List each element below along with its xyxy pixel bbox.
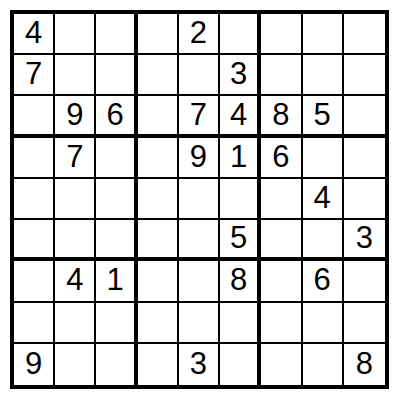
cell-digit: 3 (356, 222, 373, 253)
sudoku-cell-r2c1[interactable]: 7 (14, 55, 55, 96)
cell-digit: 6 (106, 99, 123, 130)
sudoku-cell-r9c5[interactable]: 3 (179, 344, 220, 385)
sudoku-cell-r5c7[interactable] (261, 179, 302, 220)
sudoku-cell-r1c3[interactable] (96, 14, 137, 55)
cell-digit: 7 (190, 99, 207, 130)
sudoku-cell-r6c4[interactable] (138, 220, 179, 261)
sudoku-cell-r1c8[interactable] (303, 14, 344, 55)
sudoku-cell-r2c2[interactable] (55, 55, 96, 96)
sudoku-cell-r7c7[interactable] (261, 261, 302, 302)
cell-digit: 1 (106, 264, 123, 295)
sudoku-cell-r6c7[interactable] (261, 220, 302, 261)
cell-digit: 7 (66, 141, 83, 172)
sudoku-cell-r2c5[interactable] (179, 55, 220, 96)
sudoku-cell-r7c9[interactable] (344, 261, 385, 302)
sudoku-cell-r9c8[interactable] (303, 344, 344, 385)
cell-digit: 6 (272, 141, 289, 172)
sudoku-cell-r1c9[interactable] (344, 14, 385, 55)
cell-digit: 8 (272, 99, 289, 130)
sudoku-cell-r7c4[interactable] (138, 261, 179, 302)
sudoku-cell-r7c1[interactable] (14, 261, 55, 302)
sudoku-cell-r3c7[interactable]: 8 (261, 96, 302, 137)
sudoku-cell-r4c5[interactable]: 9 (179, 138, 220, 179)
sudoku-cell-r3c1[interactable] (14, 96, 55, 137)
cell-digit: 3 (190, 348, 207, 379)
sudoku-cell-r2c6[interactable]: 3 (220, 55, 261, 96)
sudoku-cell-r9c3[interactable] (96, 344, 137, 385)
sudoku-cell-r3c9[interactable] (344, 96, 385, 137)
cell-digit: 3 (230, 58, 247, 89)
sudoku-cell-r9c9[interactable]: 8 (344, 344, 385, 385)
sudoku-cell-r6c1[interactable] (14, 220, 55, 261)
sudoku-cell-r8c8[interactable] (303, 303, 344, 344)
sudoku-cell-r5c9[interactable] (344, 179, 385, 220)
sudoku-cell-r8c6[interactable] (220, 303, 261, 344)
sudoku-cell-r3c8[interactable]: 5 (303, 96, 344, 137)
sudoku-cell-r8c9[interactable] (344, 303, 385, 344)
sudoku-cell-r5c6[interactable] (220, 179, 261, 220)
cell-digit: 9 (190, 141, 207, 172)
cell-digit: 1 (230, 141, 247, 172)
sudoku-cell-r3c6[interactable]: 4 (220, 96, 261, 137)
sudoku-cell-r6c9[interactable]: 3 (344, 220, 385, 261)
sudoku-cell-r6c3[interactable] (96, 220, 137, 261)
sudoku-cell-r9c1[interactable]: 9 (14, 344, 55, 385)
cell-digit: 4 (66, 264, 83, 295)
sudoku-cell-r5c5[interactable] (179, 179, 220, 220)
cell-digit: 5 (314, 99, 331, 130)
sudoku-cell-r1c6[interactable] (220, 14, 261, 55)
sudoku-cell-r1c1[interactable]: 4 (14, 14, 55, 55)
page: 427396748579164534186938 (0, 0, 400, 400)
sudoku-cell-r4c6[interactable]: 1 (220, 138, 261, 179)
cell-digit: 9 (25, 348, 42, 379)
sudoku-cell-r2c9[interactable] (344, 55, 385, 96)
sudoku-cell-r6c8[interactable] (303, 220, 344, 261)
sudoku-cell-r8c7[interactable] (261, 303, 302, 344)
sudoku-cell-r5c4[interactable] (138, 179, 179, 220)
sudoku-cell-r3c4[interactable] (138, 96, 179, 137)
cell-digit: 9 (66, 99, 83, 130)
cell-digit: 5 (230, 222, 247, 253)
sudoku-cell-r6c2[interactable] (55, 220, 96, 261)
sudoku-cell-r5c3[interactable] (96, 179, 137, 220)
cell-digit: 8 (356, 348, 373, 379)
sudoku-cell-r6c5[interactable] (179, 220, 220, 261)
sudoku-cell-r3c2[interactable]: 9 (55, 96, 96, 137)
sudoku-cell-r9c7[interactable] (261, 344, 302, 385)
sudoku-cell-r4c2[interactable]: 7 (55, 138, 96, 179)
sudoku-cell-r9c6[interactable] (220, 344, 261, 385)
sudoku-cell-r4c7[interactable]: 6 (261, 138, 302, 179)
cell-digit: 6 (314, 264, 331, 295)
sudoku-cell-r7c5[interactable] (179, 261, 220, 302)
cell-digit: 2 (190, 17, 207, 48)
sudoku-cell-r9c4[interactable] (138, 344, 179, 385)
sudoku-cell-r2c4[interactable] (138, 55, 179, 96)
sudoku-cell-r7c3[interactable]: 1 (96, 261, 137, 302)
cell-digit: 4 (25, 17, 42, 48)
sudoku-cell-r4c4[interactable] (138, 138, 179, 179)
sudoku-cell-r1c2[interactable] (55, 14, 96, 55)
sudoku-cell-r8c4[interactable] (138, 303, 179, 344)
sudoku-cell-r3c3[interactable]: 6 (96, 96, 137, 137)
sudoku-cell-r2c7[interactable] (261, 55, 302, 96)
sudoku-cell-r4c3[interactable] (96, 138, 137, 179)
sudoku-cell-r1c7[interactable] (261, 14, 302, 55)
sudoku-board: 427396748579164534186938 (10, 10, 389, 389)
sudoku-cell-r1c4[interactable] (138, 14, 179, 55)
sudoku-cell-r5c1[interactable] (14, 179, 55, 220)
cell-digit: 8 (230, 264, 247, 295)
sudoku-cell-r1c5[interactable]: 2 (179, 14, 220, 55)
sudoku-cell-r9c2[interactable] (55, 344, 96, 385)
sudoku-cell-r4c8[interactable] (303, 138, 344, 179)
sudoku-cell-r8c3[interactable] (96, 303, 137, 344)
sudoku-cell-r8c1[interactable] (14, 303, 55, 344)
sudoku-cell-r3c5[interactable]: 7 (179, 96, 220, 137)
sudoku-cell-r2c8[interactable] (303, 55, 344, 96)
sudoku-cell-r5c8[interactable]: 4 (303, 179, 344, 220)
sudoku-cell-r8c5[interactable] (179, 303, 220, 344)
sudoku-cell-r7c6[interactable]: 8 (220, 261, 261, 302)
sudoku-cell-r4c1[interactable] (14, 138, 55, 179)
sudoku-cell-r8c2[interactable] (55, 303, 96, 344)
cell-digit: 4 (230, 99, 247, 130)
sudoku-cell-r2c3[interactable] (96, 55, 137, 96)
sudoku-cell-r6c6[interactable]: 5 (220, 220, 261, 261)
sudoku-cell-r4c9[interactable] (344, 138, 385, 179)
sudoku-cell-r7c8[interactable]: 6 (303, 261, 344, 302)
cell-digit: 7 (25, 58, 42, 89)
sudoku-cell-r7c2[interactable]: 4 (55, 261, 96, 302)
cell-digit: 4 (314, 182, 331, 213)
sudoku-cell-r5c2[interactable] (55, 179, 96, 220)
